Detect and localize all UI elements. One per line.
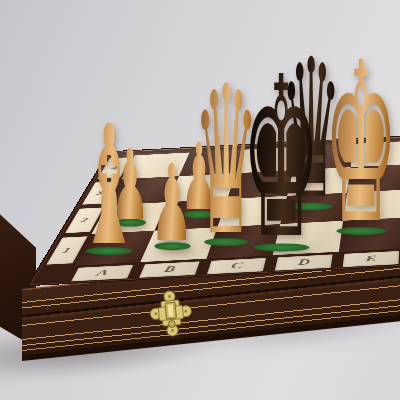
chess-board: 4321ABCDEFGH xyxy=(29,126,400,285)
square-e1 xyxy=(339,217,400,251)
square-e3 xyxy=(347,164,400,193)
square-b2 xyxy=(154,199,227,231)
square-d4 xyxy=(293,144,353,170)
file-label: B xyxy=(139,261,200,277)
square-c2 xyxy=(217,196,287,227)
square-d2 xyxy=(280,193,347,224)
board-tilt: 4321ABCDEFGH xyxy=(30,126,400,284)
file-label: D xyxy=(275,254,333,270)
photo-scene: 4321ABCDEFGH ♝♟♟♟♛♚♛♚ xyxy=(0,0,400,400)
square-c4 xyxy=(236,147,299,173)
square-b3 xyxy=(167,173,236,202)
square-d3 xyxy=(287,167,350,196)
square-d1 xyxy=(273,221,343,255)
square-c3 xyxy=(227,170,293,199)
brass-clasp-icon[interactable] xyxy=(148,288,194,339)
file-label: C xyxy=(207,258,266,274)
square-e2 xyxy=(343,190,400,221)
square-b4 xyxy=(179,150,244,177)
square-e4 xyxy=(351,141,400,167)
chess-board-3d: 4321ABCDEFGH xyxy=(30,0,400,284)
square-c1 xyxy=(206,224,280,259)
file-label: E xyxy=(343,251,399,267)
file-label: A xyxy=(71,265,133,281)
